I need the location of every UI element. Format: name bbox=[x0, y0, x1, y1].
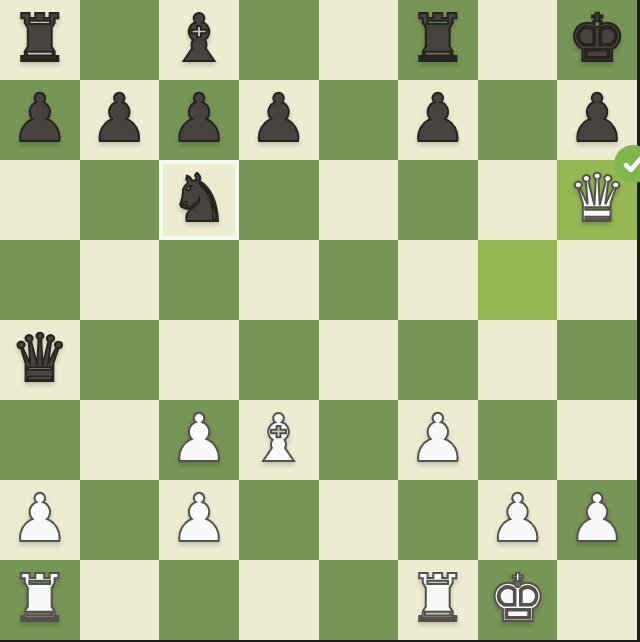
square-f8[interactable]: ♜ bbox=[398, 0, 478, 80]
square-f3[interactable]: ♟ bbox=[398, 400, 478, 480]
piece-black-knight[interactable]: ♞ bbox=[169, 166, 228, 232]
square-d1[interactable] bbox=[239, 560, 319, 640]
square-a4[interactable]: ♛ bbox=[0, 320, 80, 400]
piece-black-rook[interactable]: ♜ bbox=[408, 6, 467, 72]
square-g6[interactable] bbox=[478, 160, 558, 240]
square-g8[interactable] bbox=[478, 0, 558, 80]
square-d4[interactable] bbox=[239, 320, 319, 400]
square-h8[interactable]: ♚ bbox=[557, 0, 637, 80]
square-a2[interactable]: ♟ bbox=[0, 480, 80, 560]
piece-black-pawn[interactable]: ♟ bbox=[408, 86, 467, 152]
square-b3[interactable] bbox=[80, 400, 160, 480]
square-h4[interactable] bbox=[557, 320, 637, 400]
square-c4[interactable] bbox=[159, 320, 239, 400]
square-g7[interactable] bbox=[478, 80, 558, 160]
piece-white-pawn[interactable]: ♟ bbox=[10, 486, 69, 552]
square-d2[interactable] bbox=[239, 480, 319, 560]
square-e1[interactable] bbox=[319, 560, 399, 640]
square-e7[interactable] bbox=[319, 80, 399, 160]
square-e5[interactable] bbox=[319, 240, 399, 320]
square-f7[interactable]: ♟ bbox=[398, 80, 478, 160]
page-background: ♜♝♜♚♟♟♟♟♟♟♞♛♛♟♝♟♟♟♟♟♜♜♚ bbox=[0, 0, 640, 642]
square-h2[interactable]: ♟ bbox=[557, 480, 637, 560]
square-d7[interactable]: ♟ bbox=[239, 80, 319, 160]
square-c8[interactable]: ♝ bbox=[159, 0, 239, 80]
square-d5[interactable] bbox=[239, 240, 319, 320]
chess-board[interactable]: ♜♝♜♚♟♟♟♟♟♟♞♛♛♟♝♟♟♟♟♟♜♜♚ bbox=[0, 0, 637, 640]
square-a1[interactable]: ♜ bbox=[0, 560, 80, 640]
piece-white-pawn[interactable]: ♟ bbox=[169, 486, 228, 552]
square-b1[interactable] bbox=[80, 560, 160, 640]
square-b5[interactable] bbox=[80, 240, 160, 320]
checkmark-icon bbox=[620, 151, 640, 177]
square-d6[interactable] bbox=[239, 160, 319, 240]
piece-black-pawn[interactable]: ♟ bbox=[169, 86, 228, 152]
square-f2[interactable] bbox=[398, 480, 478, 560]
square-b7[interactable]: ♟ bbox=[80, 80, 160, 160]
piece-white-pawn[interactable]: ♟ bbox=[408, 406, 467, 472]
square-b4[interactable] bbox=[80, 320, 160, 400]
piece-black-pawn[interactable]: ♟ bbox=[90, 86, 149, 152]
square-g2[interactable]: ♟ bbox=[478, 480, 558, 560]
square-g1[interactable]: ♚ bbox=[478, 560, 558, 640]
square-b2[interactable] bbox=[80, 480, 160, 560]
square-d8[interactable] bbox=[239, 0, 319, 80]
piece-black-bishop[interactable]: ♝ bbox=[169, 6, 228, 72]
piece-black-pawn[interactable]: ♟ bbox=[249, 86, 308, 152]
square-g5[interactable] bbox=[478, 240, 558, 320]
square-e4[interactable] bbox=[319, 320, 399, 400]
square-h6[interactable]: ♛ bbox=[557, 160, 637, 240]
square-a3[interactable] bbox=[0, 400, 80, 480]
square-h3[interactable] bbox=[557, 400, 637, 480]
square-c5[interactable] bbox=[159, 240, 239, 320]
square-c1[interactable] bbox=[159, 560, 239, 640]
square-b8[interactable] bbox=[80, 0, 160, 80]
square-h1[interactable] bbox=[557, 560, 637, 640]
square-g4[interactable] bbox=[478, 320, 558, 400]
square-d3[interactable]: ♝ bbox=[239, 400, 319, 480]
square-f5[interactable] bbox=[398, 240, 478, 320]
square-e8[interactable] bbox=[319, 0, 399, 80]
square-c6[interactable]: ♞ bbox=[159, 160, 239, 240]
square-c3[interactable]: ♟ bbox=[159, 400, 239, 480]
piece-white-rook[interactable]: ♜ bbox=[10, 566, 69, 632]
square-a5[interactable] bbox=[0, 240, 80, 320]
piece-black-pawn[interactable]: ♟ bbox=[10, 86, 69, 152]
piece-black-pawn[interactable]: ♟ bbox=[568, 86, 627, 152]
square-a6[interactable] bbox=[0, 160, 80, 240]
piece-white-king[interactable]: ♚ bbox=[488, 566, 547, 632]
square-h5[interactable] bbox=[557, 240, 637, 320]
square-f4[interactable] bbox=[398, 320, 478, 400]
piece-black-queen[interactable]: ♛ bbox=[10, 326, 69, 392]
square-b6[interactable] bbox=[80, 160, 160, 240]
piece-white-pawn[interactable]: ♟ bbox=[488, 486, 547, 552]
piece-white-rook[interactable]: ♜ bbox=[408, 566, 467, 632]
piece-white-pawn[interactable]: ♟ bbox=[169, 406, 228, 472]
piece-white-pawn[interactable]: ♟ bbox=[568, 486, 627, 552]
square-e3[interactable] bbox=[319, 400, 399, 480]
square-e2[interactable] bbox=[319, 480, 399, 560]
square-c2[interactable]: ♟ bbox=[159, 480, 239, 560]
square-a7[interactable]: ♟ bbox=[0, 80, 80, 160]
piece-black-king[interactable]: ♚ bbox=[568, 6, 627, 72]
square-f6[interactable] bbox=[398, 160, 478, 240]
square-g3[interactable] bbox=[478, 400, 558, 480]
square-f1[interactable]: ♜ bbox=[398, 560, 478, 640]
piece-black-rook[interactable]: ♜ bbox=[10, 6, 69, 72]
piece-white-bishop[interactable]: ♝ bbox=[249, 406, 308, 472]
square-e6[interactable] bbox=[319, 160, 399, 240]
square-c7[interactable]: ♟ bbox=[159, 80, 239, 160]
square-a8[interactable]: ♜ bbox=[0, 0, 80, 80]
